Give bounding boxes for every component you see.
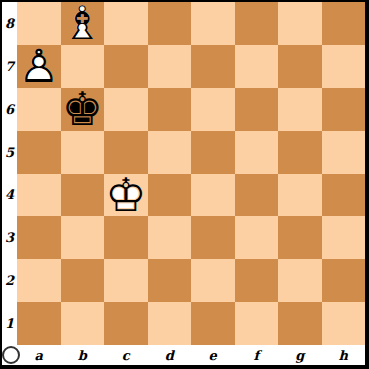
square-d2[interactable] — [148, 259, 192, 302]
square-c7[interactable] — [104, 45, 148, 88]
square-c3[interactable] — [104, 216, 148, 259]
square-d6[interactable] — [148, 88, 192, 131]
square-h2[interactable] — [322, 259, 366, 302]
file-label-a: a — [17, 345, 61, 365]
square-g2[interactable] — [278, 259, 322, 302]
square-f8[interactable] — [235, 2, 279, 45]
square-h8[interactable] — [322, 2, 366, 45]
file-label-f: f — [235, 345, 279, 365]
square-e7[interactable] — [191, 45, 235, 88]
square-h4[interactable] — [322, 174, 366, 217]
square-g6[interactable] — [278, 88, 322, 131]
rank-label-8: 8 — [2, 2, 17, 45]
white-pawn-piece[interactable]: ♟♙ — [17, 45, 61, 88]
square-b1[interactable] — [61, 302, 105, 345]
rank-label-6: 6 — [2, 88, 17, 131]
square-d5[interactable] — [148, 131, 192, 174]
rank-labels-column: 87654321 — [2, 2, 17, 345]
file-label-g: g — [278, 345, 322, 365]
square-f1[interactable] — [235, 302, 279, 345]
square-a4[interactable] — [17, 174, 61, 217]
white-to-move-indicator-icon — [2, 346, 20, 364]
square-e8[interactable] — [191, 2, 235, 45]
white-king-piece[interactable]: ♚♔ — [104, 174, 148, 217]
file-labels-row: abcdefgh — [17, 345, 365, 365]
square-a3[interactable] — [17, 216, 61, 259]
chess-diagram: 87654321 ♝♗♟♙♚♚♔ abcdefgh — [2, 2, 365, 365]
square-a1[interactable] — [17, 302, 61, 345]
square-f7[interactable] — [235, 45, 279, 88]
square-b5[interactable] — [61, 131, 105, 174]
square-b6[interactable]: ♚ — [61, 88, 105, 131]
square-g1[interactable] — [278, 302, 322, 345]
square-d4[interactable] — [148, 174, 192, 217]
square-b3[interactable] — [61, 216, 105, 259]
square-d1[interactable] — [148, 302, 192, 345]
square-b8[interactable]: ♝♗ — [61, 2, 105, 45]
square-c4[interactable]: ♚♔ — [104, 174, 148, 217]
file-label-c: c — [104, 345, 148, 365]
chess-diagram-frame: 87654321 ♝♗♟♙♚♚♔ abcdefgh — [0, 0, 369, 369]
file-label-d: d — [148, 345, 192, 365]
square-g7[interactable] — [278, 45, 322, 88]
black-king-piece[interactable]: ♚ — [61, 88, 105, 131]
square-b4[interactable] — [61, 174, 105, 217]
square-c2[interactable] — [104, 259, 148, 302]
square-a7[interactable]: ♟♙ — [17, 45, 61, 88]
square-a5[interactable] — [17, 131, 61, 174]
square-d3[interactable] — [148, 216, 192, 259]
black-king-icon: ♚ — [61, 88, 105, 131]
chess-board: ♝♗♟♙♚♚♔ — [17, 2, 365, 345]
square-c8[interactable] — [104, 2, 148, 45]
square-a2[interactable] — [17, 259, 61, 302]
square-g4[interactable] — [278, 174, 322, 217]
square-e5[interactable] — [191, 131, 235, 174]
square-d7[interactable] — [148, 45, 192, 88]
square-g8[interactable] — [278, 2, 322, 45]
rank-label-1: 1 — [2, 302, 17, 345]
file-label-h: h — [322, 345, 366, 365]
square-h3[interactable] — [322, 216, 366, 259]
square-g5[interactable] — [278, 131, 322, 174]
square-f3[interactable] — [235, 216, 279, 259]
white-bishop-piece[interactable]: ♝♗ — [61, 2, 105, 45]
square-c1[interactable] — [104, 302, 148, 345]
square-e1[interactable] — [191, 302, 235, 345]
rank-label-3: 3 — [2, 216, 17, 259]
square-h6[interactable] — [322, 88, 366, 131]
square-e4[interactable] — [191, 174, 235, 217]
white-bishop-outline-icon: ♗ — [61, 2, 105, 45]
white-king-outline-icon: ♔ — [104, 174, 148, 217]
square-a6[interactable] — [17, 88, 61, 131]
square-f6[interactable] — [235, 88, 279, 131]
square-b2[interactable] — [61, 259, 105, 302]
file-label-e: e — [191, 345, 235, 365]
square-e6[interactable] — [191, 88, 235, 131]
rank-label-7: 7 — [2, 45, 17, 88]
square-c6[interactable] — [104, 88, 148, 131]
square-f5[interactable] — [235, 131, 279, 174]
rank-label-2: 2 — [2, 259, 17, 302]
white-pawn-outline-icon: ♙ — [17, 45, 61, 88]
square-f4[interactable] — [235, 174, 279, 217]
square-h1[interactable] — [322, 302, 366, 345]
square-d8[interactable] — [148, 2, 192, 45]
rank-label-5: 5 — [2, 131, 17, 174]
square-e3[interactable] — [191, 216, 235, 259]
file-label-b: b — [61, 345, 105, 365]
square-g3[interactable] — [278, 216, 322, 259]
square-f2[interactable] — [235, 259, 279, 302]
rank-label-4: 4 — [2, 174, 17, 217]
square-e2[interactable] — [191, 259, 235, 302]
square-h7[interactable] — [322, 45, 366, 88]
square-h5[interactable] — [322, 131, 366, 174]
